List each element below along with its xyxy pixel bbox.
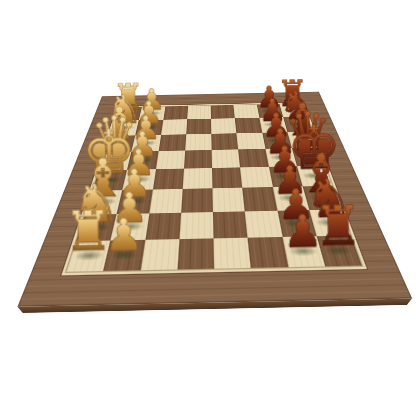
square-d5 [212,149,241,168]
square-d6 [238,149,268,168]
square-c3 [158,134,186,151]
board-scene: ♜♞♝♛♚♝♞♜♟♟♟♟♟♟♟♟♟♟♟♟♟♟♟♟♜♞♝♛♚♝♞♜ [69,25,355,311]
square-b6 [235,118,262,133]
square-a3 [163,106,188,120]
square-b2 [135,120,162,135]
piece-bR-h8: ♜ [311,198,367,254]
square-d4 [184,150,212,169]
chess-board: ♜♞♝♛♚♝♞♜♟♟♟♟♟♟♟♟♟♟♟♟♟♟♟♟♜♞♝♛♚♝♞♜ [17,92,412,307]
square-a4 [187,106,211,120]
square-b3 [161,119,187,134]
square-a5 [211,105,235,119]
square-a6 [234,105,259,119]
square-c4 [185,134,212,151]
product-photo: ♜♞♝♛♚♝♞♜♟♟♟♟♟♟♟♟♟♟♟♟♟♟♟♟♜♞♝♛♚♝♞♜ [0,0,416,416]
square-c5 [211,133,238,150]
square-c6 [237,132,265,149]
piece-wP-h2: ♟ [101,213,146,258]
square-a2 [139,107,165,121]
square-d3 [156,150,185,169]
square-b4 [186,119,211,134]
square-b5 [211,118,237,133]
